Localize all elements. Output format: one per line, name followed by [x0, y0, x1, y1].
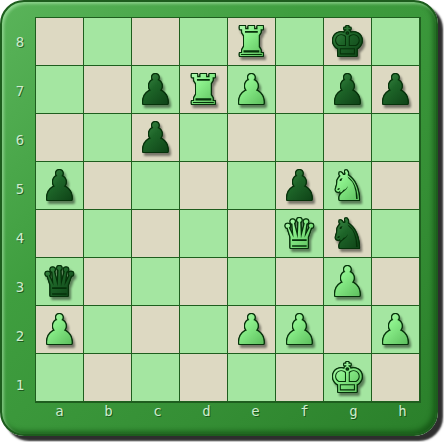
black-knight[interactable]: ♞ — [329, 210, 366, 258]
square-a1[interactable] — [36, 354, 84, 402]
file-label-h: h — [378, 403, 427, 419]
white-pawn[interactable]: ♟ — [281, 306, 318, 354]
file-labels: abcdefgh — [35, 403, 427, 419]
square-f4[interactable]: ♛ — [276, 210, 324, 258]
square-g7[interactable]: ♟ — [324, 66, 372, 114]
black-pawn[interactable]: ♟ — [329, 66, 366, 114]
white-pawn[interactable]: ♟ — [233, 306, 270, 354]
square-a5[interactable]: ♟ — [36, 162, 84, 210]
square-f2[interactable]: ♟ — [276, 306, 324, 354]
square-f8[interactable] — [276, 18, 324, 66]
square-h1[interactable] — [372, 354, 420, 402]
square-e6[interactable] — [228, 114, 276, 162]
square-c7[interactable]: ♟ — [132, 66, 180, 114]
square-f6[interactable] — [276, 114, 324, 162]
file-label-f: f — [280, 403, 329, 419]
square-c2[interactable] — [132, 306, 180, 354]
white-king[interactable]: ♚ — [329, 354, 366, 402]
square-e1[interactable] — [228, 354, 276, 402]
square-h5[interactable] — [372, 162, 420, 210]
square-e3[interactable] — [228, 258, 276, 306]
rank-label-8: 8 — [8, 17, 32, 66]
square-b2[interactable] — [84, 306, 132, 354]
square-a4[interactable] — [36, 210, 84, 258]
white-pawn[interactable]: ♟ — [233, 66, 270, 114]
rank-label-7: 7 — [8, 66, 32, 115]
rank-label-5: 5 — [8, 164, 32, 213]
file-label-g: g — [329, 403, 378, 419]
white-pawn[interactable]: ♟ — [329, 258, 366, 306]
square-d2[interactable] — [180, 306, 228, 354]
square-d7[interactable]: ♜ — [180, 66, 228, 114]
black-pawn[interactable]: ♟ — [137, 66, 174, 114]
square-b5[interactable] — [84, 162, 132, 210]
square-e2[interactable]: ♟ — [228, 306, 276, 354]
square-b3[interactable] — [84, 258, 132, 306]
square-b7[interactable] — [84, 66, 132, 114]
white-queen[interactable]: ♛ — [281, 210, 318, 258]
square-e4[interactable] — [228, 210, 276, 258]
square-a6[interactable] — [36, 114, 84, 162]
black-pawn[interactable]: ♟ — [41, 162, 78, 210]
square-g1[interactable]: ♚ — [324, 354, 372, 402]
black-pawn[interactable]: ♟ — [281, 162, 318, 210]
square-d5[interactable] — [180, 162, 228, 210]
file-label-a: a — [35, 403, 84, 419]
square-c1[interactable] — [132, 354, 180, 402]
square-b8[interactable] — [84, 18, 132, 66]
chess-board: ♜♚♟♜♟♟♟♟♟♟♞♛♞♛♟♟♟♟♟♚ — [35, 17, 421, 403]
file-label-c: c — [133, 403, 182, 419]
square-d1[interactable] — [180, 354, 228, 402]
square-b4[interactable] — [84, 210, 132, 258]
file-label-b: b — [84, 403, 133, 419]
square-b6[interactable] — [84, 114, 132, 162]
square-h2[interactable]: ♟ — [372, 306, 420, 354]
black-pawn[interactable]: ♟ — [377, 66, 414, 114]
white-pawn[interactable]: ♟ — [377, 306, 414, 354]
square-h6[interactable] — [372, 114, 420, 162]
square-d8[interactable] — [180, 18, 228, 66]
square-d4[interactable] — [180, 210, 228, 258]
square-g8[interactable]: ♚ — [324, 18, 372, 66]
file-label-d: d — [182, 403, 231, 419]
rank-label-1: 1 — [8, 360, 32, 409]
square-g2[interactable] — [324, 306, 372, 354]
rank-label-2: 2 — [8, 311, 32, 360]
square-e7[interactable]: ♟ — [228, 66, 276, 114]
square-f3[interactable] — [276, 258, 324, 306]
black-pawn[interactable]: ♟ — [137, 114, 174, 162]
square-b1[interactable] — [84, 354, 132, 402]
square-c8[interactable] — [132, 18, 180, 66]
black-king[interactable]: ♚ — [329, 18, 366, 66]
square-c4[interactable] — [132, 210, 180, 258]
square-h8[interactable] — [372, 18, 420, 66]
square-h3[interactable] — [372, 258, 420, 306]
square-a7[interactable] — [36, 66, 84, 114]
square-g5[interactable]: ♞ — [324, 162, 372, 210]
black-queen[interactable]: ♛ — [41, 258, 78, 306]
file-label-e: e — [231, 403, 280, 419]
chess-board-window: 87654321 ♜♚♟♜♟♟♟♟♟♟♞♛♞♛♟♟♟♟♟♚ abcdefgh — [0, 0, 438, 436]
square-a2[interactable]: ♟ — [36, 306, 84, 354]
square-h7[interactable]: ♟ — [372, 66, 420, 114]
square-f5[interactable]: ♟ — [276, 162, 324, 210]
square-g6[interactable] — [324, 114, 372, 162]
square-d6[interactable] — [180, 114, 228, 162]
square-h4[interactable] — [372, 210, 420, 258]
square-a3[interactable]: ♛ — [36, 258, 84, 306]
square-g3[interactable]: ♟ — [324, 258, 372, 306]
square-a8[interactable] — [36, 18, 84, 66]
white-pawn[interactable]: ♟ — [41, 306, 78, 354]
square-f1[interactable] — [276, 354, 324, 402]
white-rook[interactable]: ♜ — [233, 18, 270, 66]
square-f7[interactable] — [276, 66, 324, 114]
square-e5[interactable] — [228, 162, 276, 210]
rank-label-6: 6 — [8, 115, 32, 164]
square-g4[interactable]: ♞ — [324, 210, 372, 258]
rank-labels: 87654321 — [8, 17, 32, 409]
rank-label-4: 4 — [8, 213, 32, 262]
rank-label-3: 3 — [8, 262, 32, 311]
square-c5[interactable] — [132, 162, 180, 210]
square-d3[interactable] — [180, 258, 228, 306]
white-rook[interactable]: ♜ — [185, 66, 222, 114]
square-e8[interactable]: ♜ — [228, 18, 276, 66]
square-c6[interactable]: ♟ — [132, 114, 180, 162]
white-knight[interactable]: ♞ — [329, 162, 366, 210]
square-c3[interactable] — [132, 258, 180, 306]
